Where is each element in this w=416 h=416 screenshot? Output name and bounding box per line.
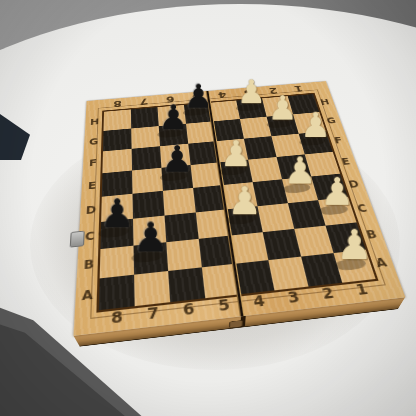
photo-vignette — [0, 0, 416, 416]
photo-scene: HHGGFFEEDDCCBBAA8877665544332211 ♟♟♟♟♟♟♟… — [0, 0, 416, 416]
